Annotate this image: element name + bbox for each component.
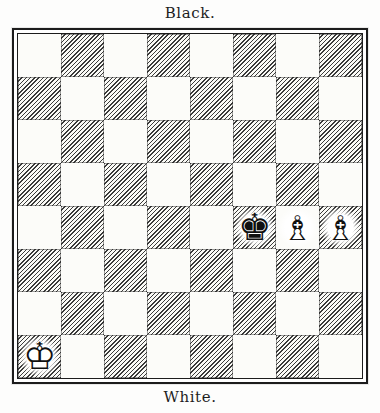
square-d6[interactable] <box>147 120 190 163</box>
square-d7[interactable] <box>147 77 190 120</box>
square-c1[interactable] <box>104 335 147 378</box>
square-c6[interactable] <box>104 120 147 163</box>
square-g6[interactable] <box>276 120 319 163</box>
square-e8[interactable] <box>190 34 233 77</box>
square-h2[interactable] <box>319 292 362 335</box>
white-side-label: White. <box>0 387 380 407</box>
square-f6[interactable] <box>233 120 276 163</box>
square-d4[interactable] <box>147 206 190 249</box>
square-g5[interactable] <box>276 163 319 206</box>
square-b7[interactable] <box>61 77 104 120</box>
square-a1[interactable]: ♔ <box>18 335 61 378</box>
square-e2[interactable] <box>190 292 233 335</box>
chess-board-frame: ♚♗♗♔ <box>12 28 368 384</box>
white-king[interactable]: ♔ <box>19 336 60 377</box>
square-d3[interactable] <box>147 249 190 292</box>
square-g7[interactable] <box>276 77 319 120</box>
square-f4[interactable]: ♚ <box>233 206 276 249</box>
square-g1[interactable] <box>276 335 319 378</box>
square-d5[interactable] <box>147 163 190 206</box>
chess-board: ♚♗♗♔ <box>17 33 363 379</box>
square-a6[interactable] <box>18 120 61 163</box>
square-e1[interactable] <box>190 335 233 378</box>
square-h6[interactable] <box>319 120 362 163</box>
square-h1[interactable] <box>319 335 362 378</box>
square-g3[interactable] <box>276 249 319 292</box>
square-g4[interactable]: ♗ <box>276 206 319 249</box>
square-d8[interactable] <box>147 34 190 77</box>
square-a7[interactable] <box>18 77 61 120</box>
white-bishop[interactable]: ♗ <box>277 207 318 248</box>
square-g8[interactable] <box>276 34 319 77</box>
square-f1[interactable] <box>233 335 276 378</box>
square-a4[interactable] <box>18 206 61 249</box>
square-c5[interactable] <box>104 163 147 206</box>
square-g2[interactable] <box>276 292 319 335</box>
square-b4[interactable] <box>61 206 104 249</box>
square-d2[interactable] <box>147 292 190 335</box>
square-a2[interactable] <box>18 292 61 335</box>
square-e4[interactable] <box>190 206 233 249</box>
square-f3[interactable] <box>233 249 276 292</box>
white-bishop[interactable]: ♗ <box>320 207 361 248</box>
square-b3[interactable] <box>61 249 104 292</box>
square-e3[interactable] <box>190 249 233 292</box>
square-c4[interactable] <box>104 206 147 249</box>
square-e5[interactable] <box>190 163 233 206</box>
square-f8[interactable] <box>233 34 276 77</box>
square-h5[interactable] <box>319 163 362 206</box>
square-b8[interactable] <box>61 34 104 77</box>
black-king[interactable]: ♚ <box>234 207 275 248</box>
square-f5[interactable] <box>233 163 276 206</box>
square-e7[interactable] <box>190 77 233 120</box>
square-a3[interactable] <box>18 249 61 292</box>
square-f2[interactable] <box>233 292 276 335</box>
square-a5[interactable] <box>18 163 61 206</box>
square-b1[interactable] <box>61 335 104 378</box>
square-c2[interactable] <box>104 292 147 335</box>
square-h7[interactable] <box>319 77 362 120</box>
diagram-page: Black. ♚♗♗♔ White. <box>0 0 380 413</box>
square-c7[interactable] <box>104 77 147 120</box>
square-e6[interactable] <box>190 120 233 163</box>
square-h8[interactable] <box>319 34 362 77</box>
square-b5[interactable] <box>61 163 104 206</box>
square-b2[interactable] <box>61 292 104 335</box>
square-a8[interactable] <box>18 34 61 77</box>
square-d1[interactable] <box>147 335 190 378</box>
square-c3[interactable] <box>104 249 147 292</box>
square-b6[interactable] <box>61 120 104 163</box>
black-side-label: Black. <box>0 3 380 23</box>
square-h3[interactable] <box>319 249 362 292</box>
square-h4[interactable]: ♗ <box>319 206 362 249</box>
square-c8[interactable] <box>104 34 147 77</box>
square-f7[interactable] <box>233 77 276 120</box>
